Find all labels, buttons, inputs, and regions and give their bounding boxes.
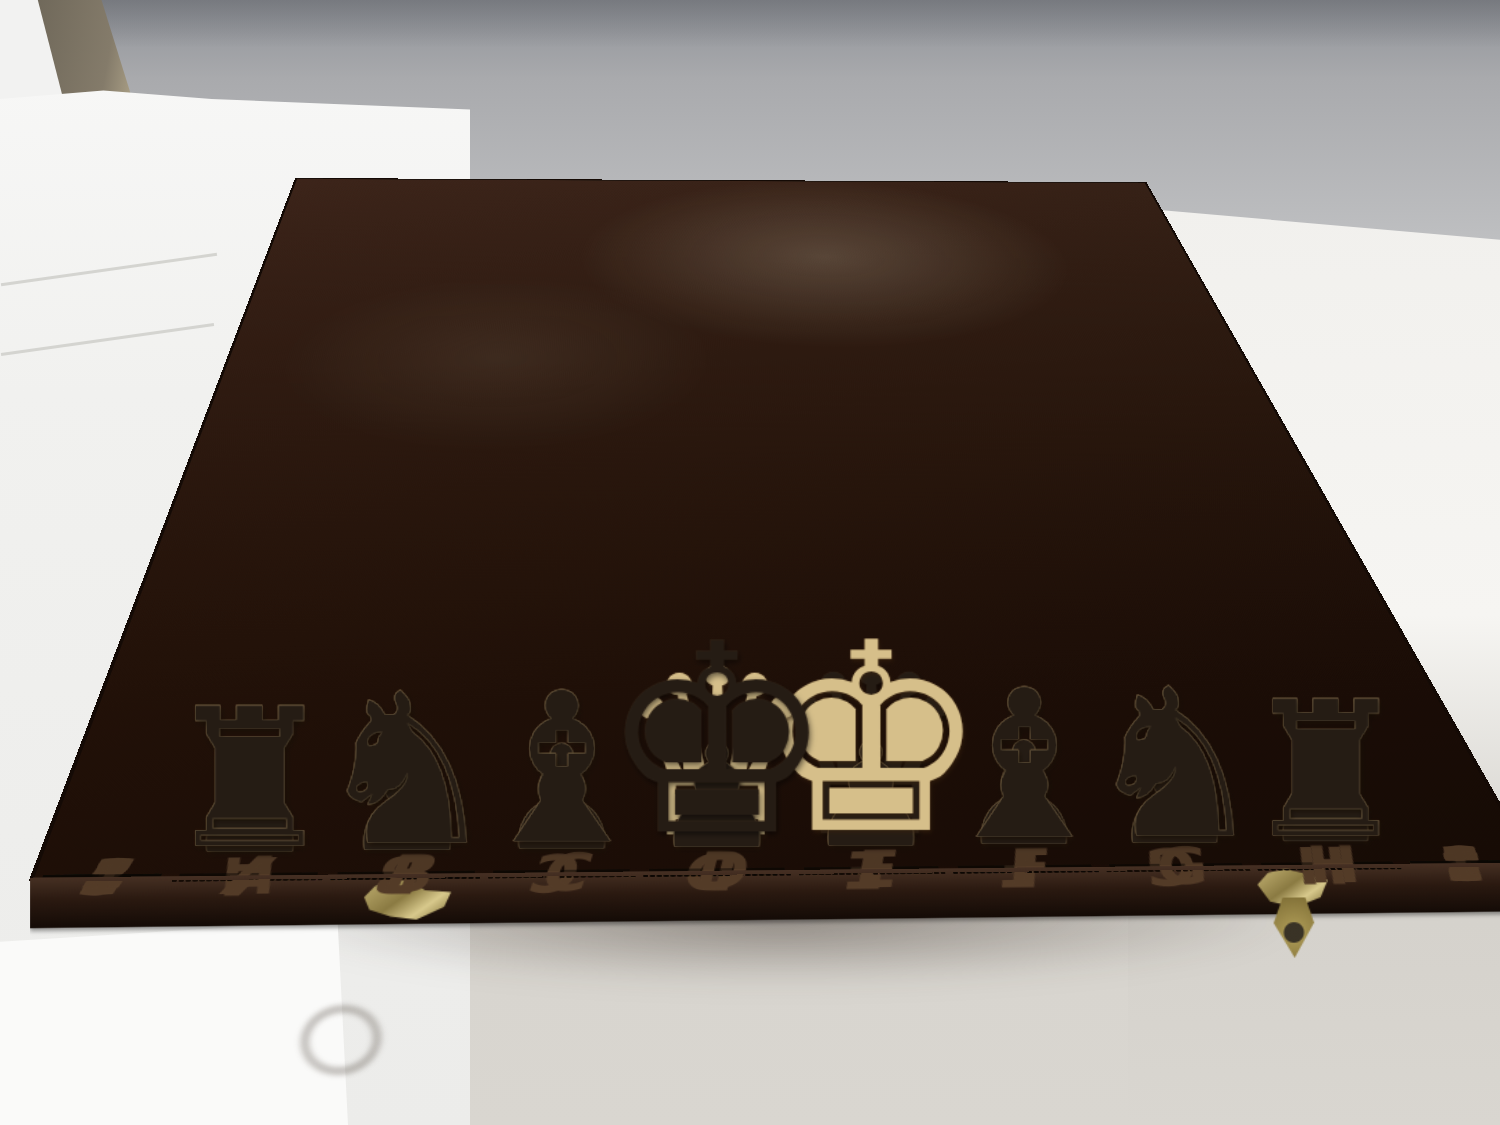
black-rook[interactable]: ♜	[163, 688, 336, 871]
photo-scene: ABCDEFGH8♜♞♝♛♚♝♞♜87♟♟♟♟♟♟♟♟7665544332♟♟♟…	[0, 0, 1500, 1125]
chess-board: ABCDEFGH8♜♞♝♛♚♝♞♜87♟♟♟♟♟♟♟♟7665544332♟♟♟…	[29, 178, 1500, 881]
board-3d-scene: ABCDEFGH8♜♞♝♛♚♝♞♜87♟♟♟♟♟♟♟♟7665544332♟♟♟…	[0, 0, 1500, 1125]
right-latch-hanging-tab	[1274, 897, 1314, 958]
black-knight[interactable]: ♞	[313, 671, 500, 869]
